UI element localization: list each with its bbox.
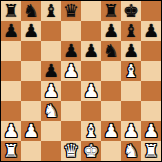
square-d5[interactable]: ♟ <box>61 61 81 81</box>
piece-white-rook: ♜ <box>3 141 19 161</box>
piece-white-pawn: ♟ <box>83 81 99 101</box>
square-a4[interactable] <box>1 81 21 101</box>
square-a3[interactable] <box>1 101 21 121</box>
piece-black-pawn: ♟ <box>143 21 159 41</box>
piece-white-rook: ♜ <box>143 141 159 161</box>
square-b2[interactable]: ♟ <box>21 121 41 141</box>
square-c1[interactable] <box>41 141 61 161</box>
square-h3[interactable] <box>141 101 161 121</box>
piece-black-pawn: ♟ <box>103 21 119 41</box>
square-g6[interactable]: ♟ <box>121 41 141 61</box>
square-e7[interactable] <box>81 21 101 41</box>
piece-white-pawn: ♟ <box>3 121 19 141</box>
piece-black-rook: ♜ <box>3 1 19 21</box>
piece-white-pawn: ♟ <box>123 121 139 141</box>
piece-white-knight: ♞ <box>123 141 139 161</box>
square-f5[interactable] <box>101 61 121 81</box>
square-a2[interactable]: ♟ <box>1 121 21 141</box>
square-b4[interactable] <box>21 81 41 101</box>
square-h4[interactable] <box>141 81 161 101</box>
square-f3[interactable] <box>101 101 121 121</box>
square-a8[interactable]: ♜ <box>1 1 21 21</box>
piece-black-pawn: ♟ <box>43 61 59 81</box>
square-h8[interactable] <box>141 1 161 21</box>
square-c5[interactable]: ♟ <box>41 61 61 81</box>
square-g1[interactable]: ♞ <box>121 141 141 161</box>
chess-board: ♜♞♝♛♜♚♟♟♟♝♟♟♟♞♟♟♟♝♟♟♞♟♟♝♟♟♟♜♛♚♞♜ <box>0 0 162 162</box>
piece-black-bishop: ♝ <box>123 21 139 41</box>
piece-black-pawn: ♟ <box>63 41 79 61</box>
square-d3[interactable] <box>61 101 81 121</box>
piece-white-king: ♚ <box>83 141 99 161</box>
piece-black-pawn: ♟ <box>23 21 39 41</box>
square-f2[interactable]: ♟ <box>101 121 121 141</box>
square-f4[interactable] <box>101 81 121 101</box>
square-g8[interactable]: ♚ <box>121 1 141 21</box>
square-f6[interactable]: ♞ <box>101 41 121 61</box>
square-f8[interactable]: ♜ <box>101 1 121 21</box>
square-h1[interactable]: ♜ <box>141 141 161 161</box>
piece-white-pawn: ♟ <box>103 121 119 141</box>
piece-black-pawn: ♟ <box>83 41 99 61</box>
square-h6[interactable] <box>141 41 161 61</box>
square-d7[interactable] <box>61 21 81 41</box>
piece-white-pawn: ♟ <box>23 121 39 141</box>
square-b8[interactable]: ♞ <box>21 1 41 21</box>
piece-black-pawn: ♟ <box>3 21 19 41</box>
square-h7[interactable]: ♟ <box>141 21 161 41</box>
piece-black-knight: ♞ <box>23 1 39 21</box>
square-b7[interactable]: ♟ <box>21 21 41 41</box>
piece-black-king: ♚ <box>123 1 139 21</box>
square-e2[interactable]: ♝ <box>81 121 101 141</box>
square-b3[interactable] <box>21 101 41 121</box>
square-b1[interactable] <box>21 141 41 161</box>
square-a7[interactable]: ♟ <box>1 21 21 41</box>
square-f1[interactable] <box>101 141 121 161</box>
piece-black-knight: ♞ <box>103 41 119 61</box>
piece-white-bishop: ♝ <box>83 121 99 141</box>
square-d1[interactable]: ♛ <box>61 141 81 161</box>
square-e5[interactable] <box>81 61 101 81</box>
piece-black-pawn: ♟ <box>123 41 139 61</box>
square-a6[interactable] <box>1 41 21 61</box>
square-c7[interactable] <box>41 21 61 41</box>
square-d6[interactable]: ♟ <box>61 41 81 61</box>
square-g3[interactable] <box>121 101 141 121</box>
square-g5[interactable]: ♝ <box>121 61 141 81</box>
square-d4[interactable] <box>61 81 81 101</box>
piece-white-pawn: ♟ <box>63 61 79 81</box>
square-c2[interactable] <box>41 121 61 141</box>
square-e3[interactable] <box>81 101 101 121</box>
piece-white-knight: ♞ <box>43 101 59 121</box>
piece-white-queen: ♛ <box>63 141 79 161</box>
square-a5[interactable] <box>1 61 21 81</box>
square-e4[interactable]: ♟ <box>81 81 101 101</box>
square-g2[interactable]: ♟ <box>121 121 141 141</box>
piece-black-queen: ♛ <box>63 1 79 21</box>
piece-white-pawn: ♟ <box>143 121 159 141</box>
square-c6[interactable] <box>41 41 61 61</box>
square-b5[interactable] <box>21 61 41 81</box>
square-e8[interactable] <box>81 1 101 21</box>
square-g7[interactable]: ♝ <box>121 21 141 41</box>
square-c4[interactable]: ♟ <box>41 81 61 101</box>
square-c3[interactable]: ♞ <box>41 101 61 121</box>
square-a1[interactable]: ♜ <box>1 141 21 161</box>
piece-black-bishop: ♝ <box>43 1 59 21</box>
square-b6[interactable] <box>21 41 41 61</box>
square-c8[interactable]: ♝ <box>41 1 61 21</box>
square-h5[interactable] <box>141 61 161 81</box>
square-f7[interactable]: ♟ <box>101 21 121 41</box>
square-h2[interactable]: ♟ <box>141 121 161 141</box>
square-g4[interactable] <box>121 81 141 101</box>
square-e6[interactable]: ♟ <box>81 41 101 61</box>
square-d2[interactable] <box>61 121 81 141</box>
square-e1[interactable]: ♚ <box>81 141 101 161</box>
square-d8[interactable]: ♛ <box>61 1 81 21</box>
piece-black-rook: ♜ <box>103 1 119 21</box>
piece-white-bishop: ♝ <box>123 61 139 81</box>
piece-white-pawn: ♟ <box>43 81 59 101</box>
